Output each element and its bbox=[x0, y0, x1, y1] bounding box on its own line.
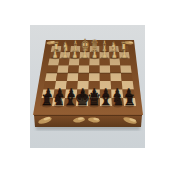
piece-white-pawn-a2: ♟ bbox=[121, 46, 127, 60]
page-background: ♜♞♝♚♛♝♞♜♟♟♟♟♟♟♟♟♟♟♟♟♟♟♟♟♜♞♝♚♛♝♞♜ bbox=[0, 0, 175, 175]
piece-white-pawn-c2: ♟ bbox=[102, 46, 108, 60]
piece-white-pawn-e2: ♟ bbox=[82, 46, 88, 60]
piece-white-pawn-h2: ♟ bbox=[52, 46, 58, 60]
piece-black-rook-a8: ♜ bbox=[124, 92, 136, 109]
piece-white-pawn-d2: ♟ bbox=[92, 46, 98, 60]
chess-board: ♜♞♝♚♛♝♞♜♟♟♟♟♟♟♟♟♟♟♟♟♟♟♟♟♜♞♝♚♛♝♞♜ bbox=[30, 25, 145, 148]
piece-white-pawn-f2: ♟ bbox=[72, 46, 78, 60]
piece-black-knight-b8: ♞ bbox=[111, 92, 124, 109]
piece-white-pawn-b2: ♟ bbox=[112, 46, 118, 60]
piece-black-rook-h8: ♜ bbox=[41, 92, 53, 109]
piece-white-pawn-g2: ♟ bbox=[62, 46, 68, 60]
chess-set-photo[interactable]: ♜♞♝♚♛♝♞♜♟♟♟♟♟♟♟♟♟♟♟♟♟♟♟♟♜♞♝♚♛♝♞♜ bbox=[30, 25, 145, 148]
